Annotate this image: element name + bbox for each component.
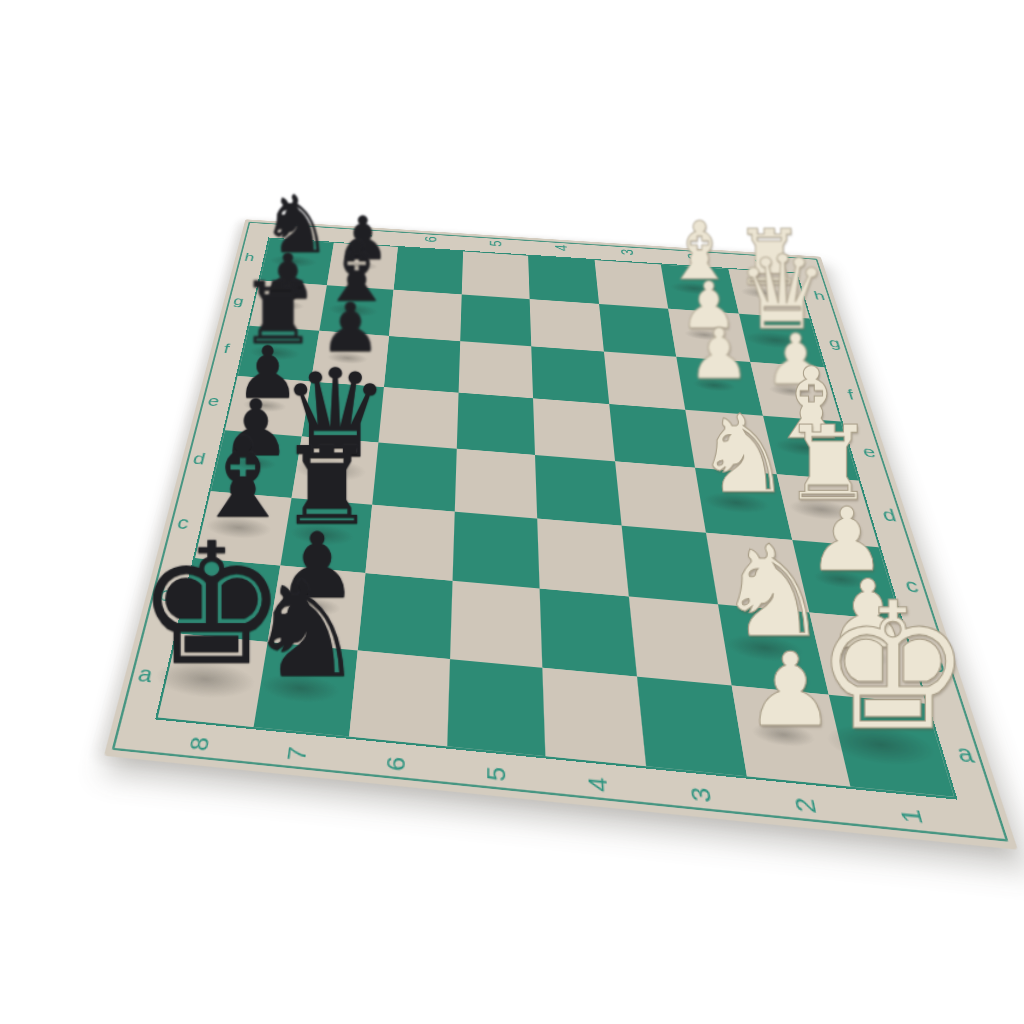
square-c5 [452,511,540,588]
square-d5 [454,449,537,518]
square-g5 [460,294,531,346]
square-c6 [365,504,454,580]
square-e6 [378,387,458,449]
square-g3 [599,304,677,357]
square-f4 [531,346,608,404]
product-photo: 87654321 87654321 hgfedcba hgfedcba ♞♟♝♜… [0,0,1024,1024]
square-d4 [535,455,621,525]
square-g4 [530,299,604,351]
square-f6 [384,336,460,392]
coord-far-rank-6: 6 [415,219,446,261]
square-e4 [533,398,615,461]
coord-far-rank-3: 3 [610,231,644,274]
square-c3 [621,525,718,604]
square-e3 [609,404,695,468]
coord-far-rank-5: 5 [481,223,510,265]
piece-black-knight-a7: ♞ [246,563,365,696]
square-b6 [358,573,452,658]
board-scene: 87654321 87654321 hgfedcba hgfedcba ♞♟♝♜… [0,0,1024,1024]
piece-white-pawn-f2: ♟ [688,319,751,389]
piece-white-king-a1: ♚ [814,579,972,755]
coord-near-rank-5: 5 [473,725,518,827]
piece-white-knight-d2: ♞ [695,401,792,509]
square-b4 [540,588,637,676]
square-g6 [389,290,461,341]
square-e5 [456,392,535,455]
coord-near-rank-4: 4 [573,734,624,837]
board-tilt: 87654321 87654321 hgfedcba hgfedcba ♞♟♝♜… [104,219,1018,849]
square-f5 [458,341,533,398]
coord-near-rank-6: 6 [370,715,419,816]
coord-far-rank-4: 4 [545,227,576,270]
square-d3 [615,461,706,532]
square-c4 [537,518,628,596]
square-b5 [449,581,542,668]
square-f3 [603,351,685,409]
